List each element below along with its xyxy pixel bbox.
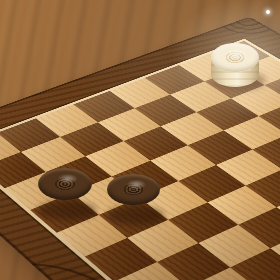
checkers-photo: ⛀⛂⛂ bbox=[0, 0, 280, 280]
dark-checker-piece[interactable]: ⛂ bbox=[107, 174, 160, 223]
dark-checker-piece[interactable]: ⛂ bbox=[38, 168, 92, 218]
specular-dot bbox=[266, 10, 270, 14]
pieces-layer: ⛀⛂⛂ bbox=[0, 0, 280, 280]
white-checker-piece[interactable]: ⛀ bbox=[211, 43, 259, 87]
